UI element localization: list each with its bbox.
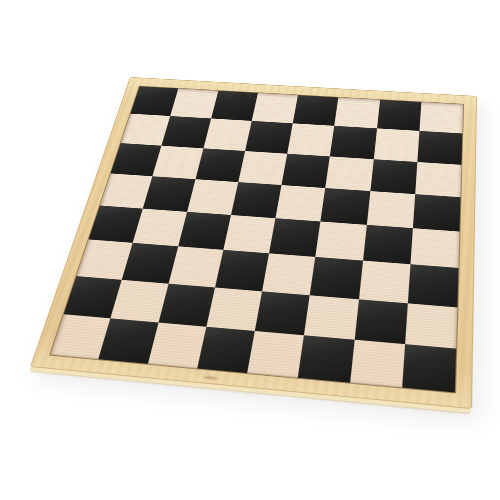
- square-e8[interactable]: [293, 95, 339, 126]
- square-g3[interactable]: [358, 261, 410, 303]
- square-c4[interactable]: [178, 212, 231, 250]
- square-f7[interactable]: [330, 126, 377, 159]
- square-d8[interactable]: [251, 93, 297, 124]
- square-c3[interactable]: [168, 246, 223, 287]
- square-e3[interactable]: [262, 254, 315, 295]
- wood-knot-detail: [202, 375, 220, 381]
- square-f4[interactable]: [315, 221, 366, 260]
- board-grid: [50, 86, 463, 392]
- square-f5[interactable]: [321, 188, 370, 225]
- square-g6[interactable]: [370, 159, 417, 194]
- square-d1[interactable]: [197, 326, 255, 373]
- square-f6[interactable]: [325, 156, 373, 191]
- square-h5[interactable]: [413, 194, 461, 232]
- square-h1[interactable]: [402, 344, 456, 393]
- square-d4[interactable]: [223, 215, 275, 254]
- square-g7[interactable]: [373, 128, 419, 161]
- square-g8[interactable]: [377, 100, 422, 131]
- square-c2[interactable]: [158, 283, 215, 326]
- square-h7[interactable]: [417, 131, 462, 164]
- square-d5[interactable]: [231, 182, 282, 218]
- square-f3[interactable]: [310, 257, 363, 299]
- square-c8[interactable]: [211, 91, 258, 121]
- square-g4[interactable]: [363, 225, 413, 265]
- square-e6[interactable]: [282, 153, 331, 188]
- square-e5[interactable]: [275, 185, 325, 222]
- square-d3[interactable]: [215, 250, 269, 291]
- square-g2[interactable]: [354, 299, 407, 344]
- square-h3[interactable]: [408, 264, 459, 307]
- square-g1[interactable]: [350, 339, 405, 387]
- board-playing-surface: [50, 86, 463, 392]
- square-f8[interactable]: [334, 97, 379, 128]
- square-h2[interactable]: [405, 303, 458, 348]
- square-f2[interactable]: [304, 295, 358, 340]
- square-e7[interactable]: [287, 123, 334, 156]
- square-e1[interactable]: [247, 331, 304, 378]
- square-g5[interactable]: [366, 191, 415, 228]
- square-d7[interactable]: [245, 121, 293, 153]
- chessboard: [30, 77, 477, 409]
- square-d2[interactable]: [206, 287, 262, 331]
- square-h6[interactable]: [415, 162, 461, 197]
- square-e2[interactable]: [255, 291, 310, 335]
- square-d6[interactable]: [238, 151, 287, 185]
- square-h4[interactable]: [410, 228, 459, 268]
- square-h8[interactable]: [419, 102, 463, 134]
- square-e4[interactable]: [269, 218, 321, 257]
- product-photo-background: [0, 0, 500, 500]
- square-f1[interactable]: [298, 335, 354, 383]
- square-c5[interactable]: [187, 179, 238, 215]
- square-c6[interactable]: [195, 148, 245, 182]
- square-c7[interactable]: [203, 119, 251, 151]
